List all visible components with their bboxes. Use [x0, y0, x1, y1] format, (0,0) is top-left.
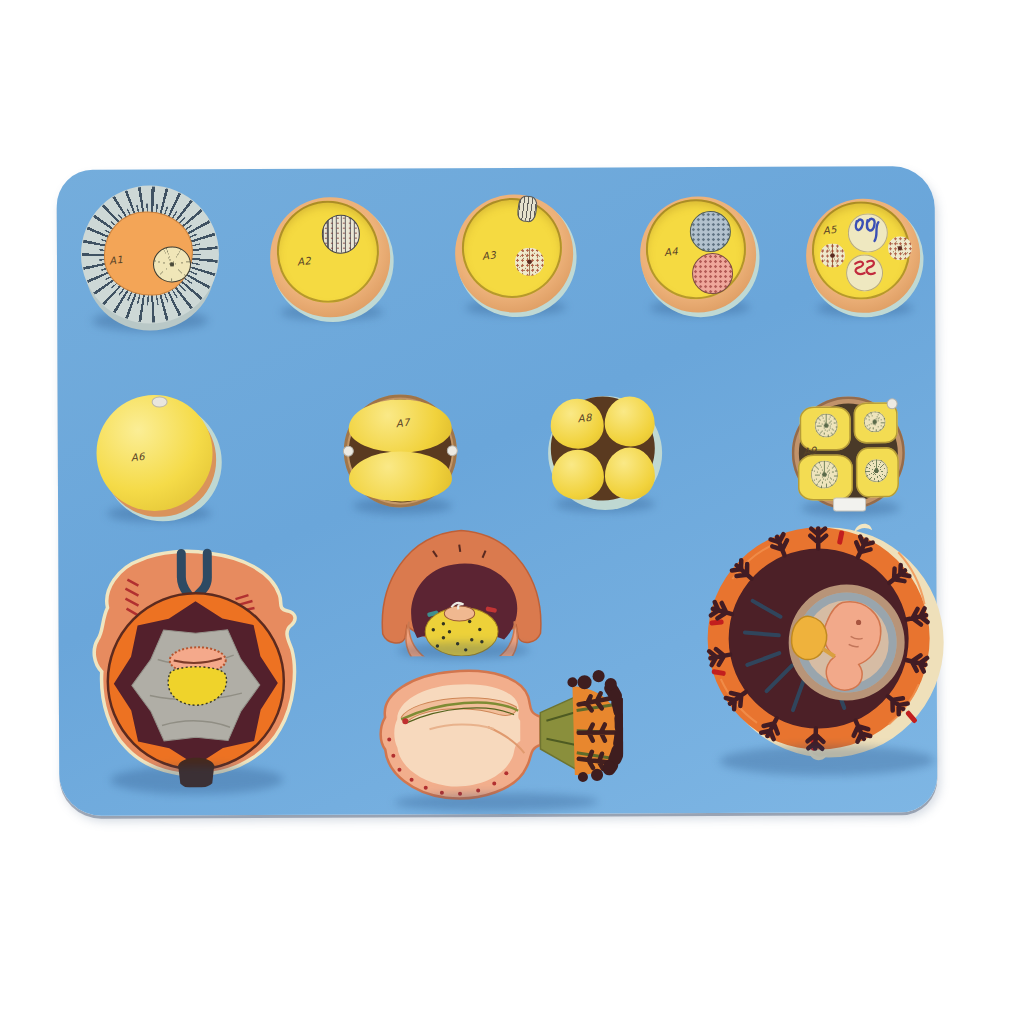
- embryo-eye: [856, 620, 861, 625]
- right-aster: [887, 236, 911, 260]
- model-shadow: [719, 745, 934, 776]
- male-pronucleus: [690, 211, 731, 252]
- mitotic-spindle: [814, 413, 838, 437]
- blastomere: [550, 398, 604, 448]
- implantation-dome-graphic: [372, 516, 551, 657]
- model-shadow: [110, 765, 283, 795]
- uterus-section-graphic: [692, 518, 955, 771]
- model-label: A7: [395, 416, 410, 428]
- model-embryo-with-villi: [369, 653, 624, 808]
- mounting-peg: [447, 445, 458, 456]
- model-a4-pronuclei: A4: [638, 192, 757, 311]
- model-a1-ovum-corona-radiata: A1: [81, 185, 220, 324]
- mitotic-spindle: [864, 411, 886, 433]
- blastomere: [552, 450, 605, 500]
- model-implantation-dome: [372, 516, 551, 657]
- zygote-sphere: [96, 395, 212, 511]
- ovum-nucleus: [153, 246, 191, 283]
- blastomere: [605, 396, 655, 446]
- heart-dot: [402, 718, 408, 724]
- white-tag: [833, 497, 867, 512]
- nucleus-with-chromatin: [321, 215, 360, 254]
- model-label: A9: [803, 444, 818, 456]
- red-chromosomes: [846, 255, 883, 292]
- model-a2-ovum-nucleus: A2: [268, 192, 391, 315]
- model-a5-chromosome-fusion: A5: [804, 194, 921, 311]
- display-board: A1 A2 A3 A4: [57, 166, 938, 816]
- model-embryo-in-uterus: [692, 518, 955, 771]
- mitotic-spindle: [865, 460, 888, 483]
- paternal-chromosome-group: [848, 213, 888, 253]
- model-a3-sperm-penetration: A3: [453, 190, 574, 311]
- model-shadow: [395, 792, 598, 811]
- left-aster: [820, 243, 844, 267]
- embryo-section-graphic: [369, 653, 624, 808]
- yolk-disc: [461, 197, 562, 298]
- embryonic-disc: [444, 606, 474, 621]
- model-label: A3: [481, 249, 496, 261]
- photo: A1 A2 A3 A4: [0, 0, 1024, 1024]
- model-implanted-blastocyst: [82, 543, 305, 788]
- blue-chromosomes: [848, 213, 888, 253]
- model-a8-four-cell: A8: [546, 391, 660, 505]
- model-a9-morula: A9: [792, 396, 905, 509]
- model-a6-zygote: A6: [98, 397, 217, 516]
- implantation-section-graphic: [82, 543, 305, 788]
- yolk-disc: [276, 200, 379, 303]
- model-label: A2: [297, 256, 312, 268]
- model-label: A8: [577, 411, 592, 423]
- yolk-sac: [791, 616, 826, 659]
- maternal-chromosome-group: [846, 255, 883, 292]
- blastomere-bottom: [348, 451, 452, 502]
- mounting-peg: [343, 445, 354, 456]
- model-label: A4: [663, 246, 678, 258]
- model-label: A6: [130, 451, 145, 463]
- model-a7-two-cell: A7: [344, 394, 457, 507]
- model-label: A5: [822, 224, 837, 236]
- mitotic-spindle: [811, 461, 838, 488]
- model-label: A1: [108, 254, 123, 266]
